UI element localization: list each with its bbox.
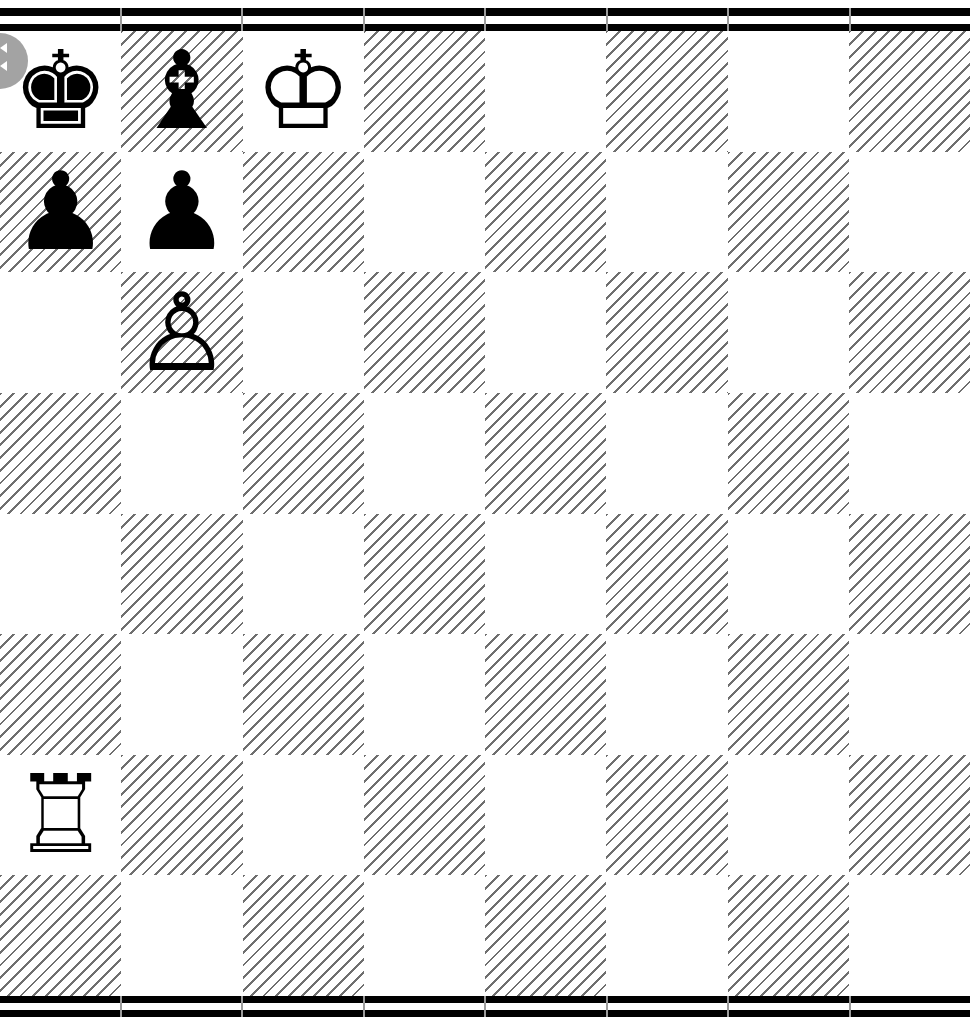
border-segment-f [608,8,728,31]
square-b8[interactable]: ♝ [121,31,242,152]
board-border-bottom [0,996,970,1017]
square-a2[interactable]: ♖ [0,755,121,876]
border-segment-c [243,996,363,1017]
square-b7[interactable]: ♟ [121,152,242,273]
square-h8[interactable] [849,31,970,152]
piece-black-bishop-b8[interactable]: ♝ [133,37,230,145]
square-b1[interactable] [121,875,242,996]
square-d4[interactable] [364,514,485,635]
square-c7[interactable] [243,152,364,273]
square-a3[interactable] [0,634,121,755]
square-d2[interactable] [364,755,485,876]
piece-white-king-c8[interactable]: ♔ [255,37,352,145]
square-f8[interactable] [606,31,727,152]
square-b2[interactable] [121,755,242,876]
square-f5[interactable] [606,393,727,514]
square-e2[interactable] [485,755,606,876]
square-e4[interactable] [485,514,606,635]
border-segment-b [122,996,242,1017]
square-g5[interactable] [728,393,849,514]
piece-white-pawn-b6[interactable]: ♙ [133,279,230,387]
square-e5[interactable] [485,393,606,514]
border-segment-g [729,8,849,31]
piece-white-rook-a2[interactable]: ♖ [12,761,109,869]
border-segment-d [365,8,485,31]
chevron-left-icon [0,61,7,71]
square-e3[interactable] [485,634,606,755]
square-f1[interactable] [606,875,727,996]
square-e6[interactable] [485,272,606,393]
border-segment-b [122,8,242,31]
board-border-top [0,8,970,31]
border-segment-f [608,996,728,1017]
border-segment-d [365,996,485,1017]
square-d1[interactable] [364,875,485,996]
square-e8[interactable] [485,31,606,152]
piece-black-pawn-a7[interactable]: ♟ [12,158,109,266]
square-d5[interactable] [364,393,485,514]
border-segment-a [0,996,120,1017]
square-e7[interactable] [485,152,606,273]
square-g4[interactable] [728,514,849,635]
piece-black-pawn-b7[interactable]: ♟ [133,158,230,266]
square-h4[interactable] [849,514,970,635]
square-a5[interactable] [0,393,121,514]
square-h6[interactable] [849,272,970,393]
border-segment-c [243,8,363,31]
border-segment-h [851,8,970,31]
square-f6[interactable] [606,272,727,393]
square-c3[interactable] [243,634,364,755]
square-h1[interactable] [849,875,970,996]
square-g7[interactable] [728,152,849,273]
square-h7[interactable] [849,152,970,273]
square-b6[interactable]: ♙ [121,272,242,393]
square-g1[interactable] [728,875,849,996]
square-b5[interactable] [121,393,242,514]
square-d3[interactable] [364,634,485,755]
square-h2[interactable] [849,755,970,876]
border-segment-e [486,8,606,31]
square-f4[interactable] [606,514,727,635]
square-a4[interactable] [0,514,121,635]
chess-board: ♚♝♔♟♟♙♖ [0,31,970,996]
square-g8[interactable] [728,31,849,152]
square-g3[interactable] [728,634,849,755]
chevron-left-icon [0,43,7,53]
square-h3[interactable] [849,634,970,755]
border-segment-h [851,996,970,1017]
square-c1[interactable] [243,875,364,996]
square-f7[interactable] [606,152,727,273]
square-c8[interactable]: ♔ [243,31,364,152]
square-h5[interactable] [849,393,970,514]
square-g6[interactable] [728,272,849,393]
square-g2[interactable] [728,755,849,876]
square-b4[interactable] [121,514,242,635]
square-f2[interactable] [606,755,727,876]
square-d8[interactable] [364,31,485,152]
square-b3[interactable] [121,634,242,755]
square-c2[interactable] [243,755,364,876]
border-segment-e [486,996,606,1017]
chess-board-diagram: ♚♝♔♟♟♙♖ [0,0,970,1024]
square-e1[interactable] [485,875,606,996]
square-c6[interactable] [243,272,364,393]
border-segment-g [729,996,849,1017]
square-d7[interactable] [364,152,485,273]
square-c5[interactable] [243,393,364,514]
square-f3[interactable] [606,634,727,755]
square-c4[interactable] [243,514,364,635]
square-a7[interactable]: ♟ [0,152,121,273]
border-segment-a [0,8,120,31]
square-a1[interactable] [0,875,121,996]
square-a6[interactable] [0,272,121,393]
square-d6[interactable] [364,272,485,393]
